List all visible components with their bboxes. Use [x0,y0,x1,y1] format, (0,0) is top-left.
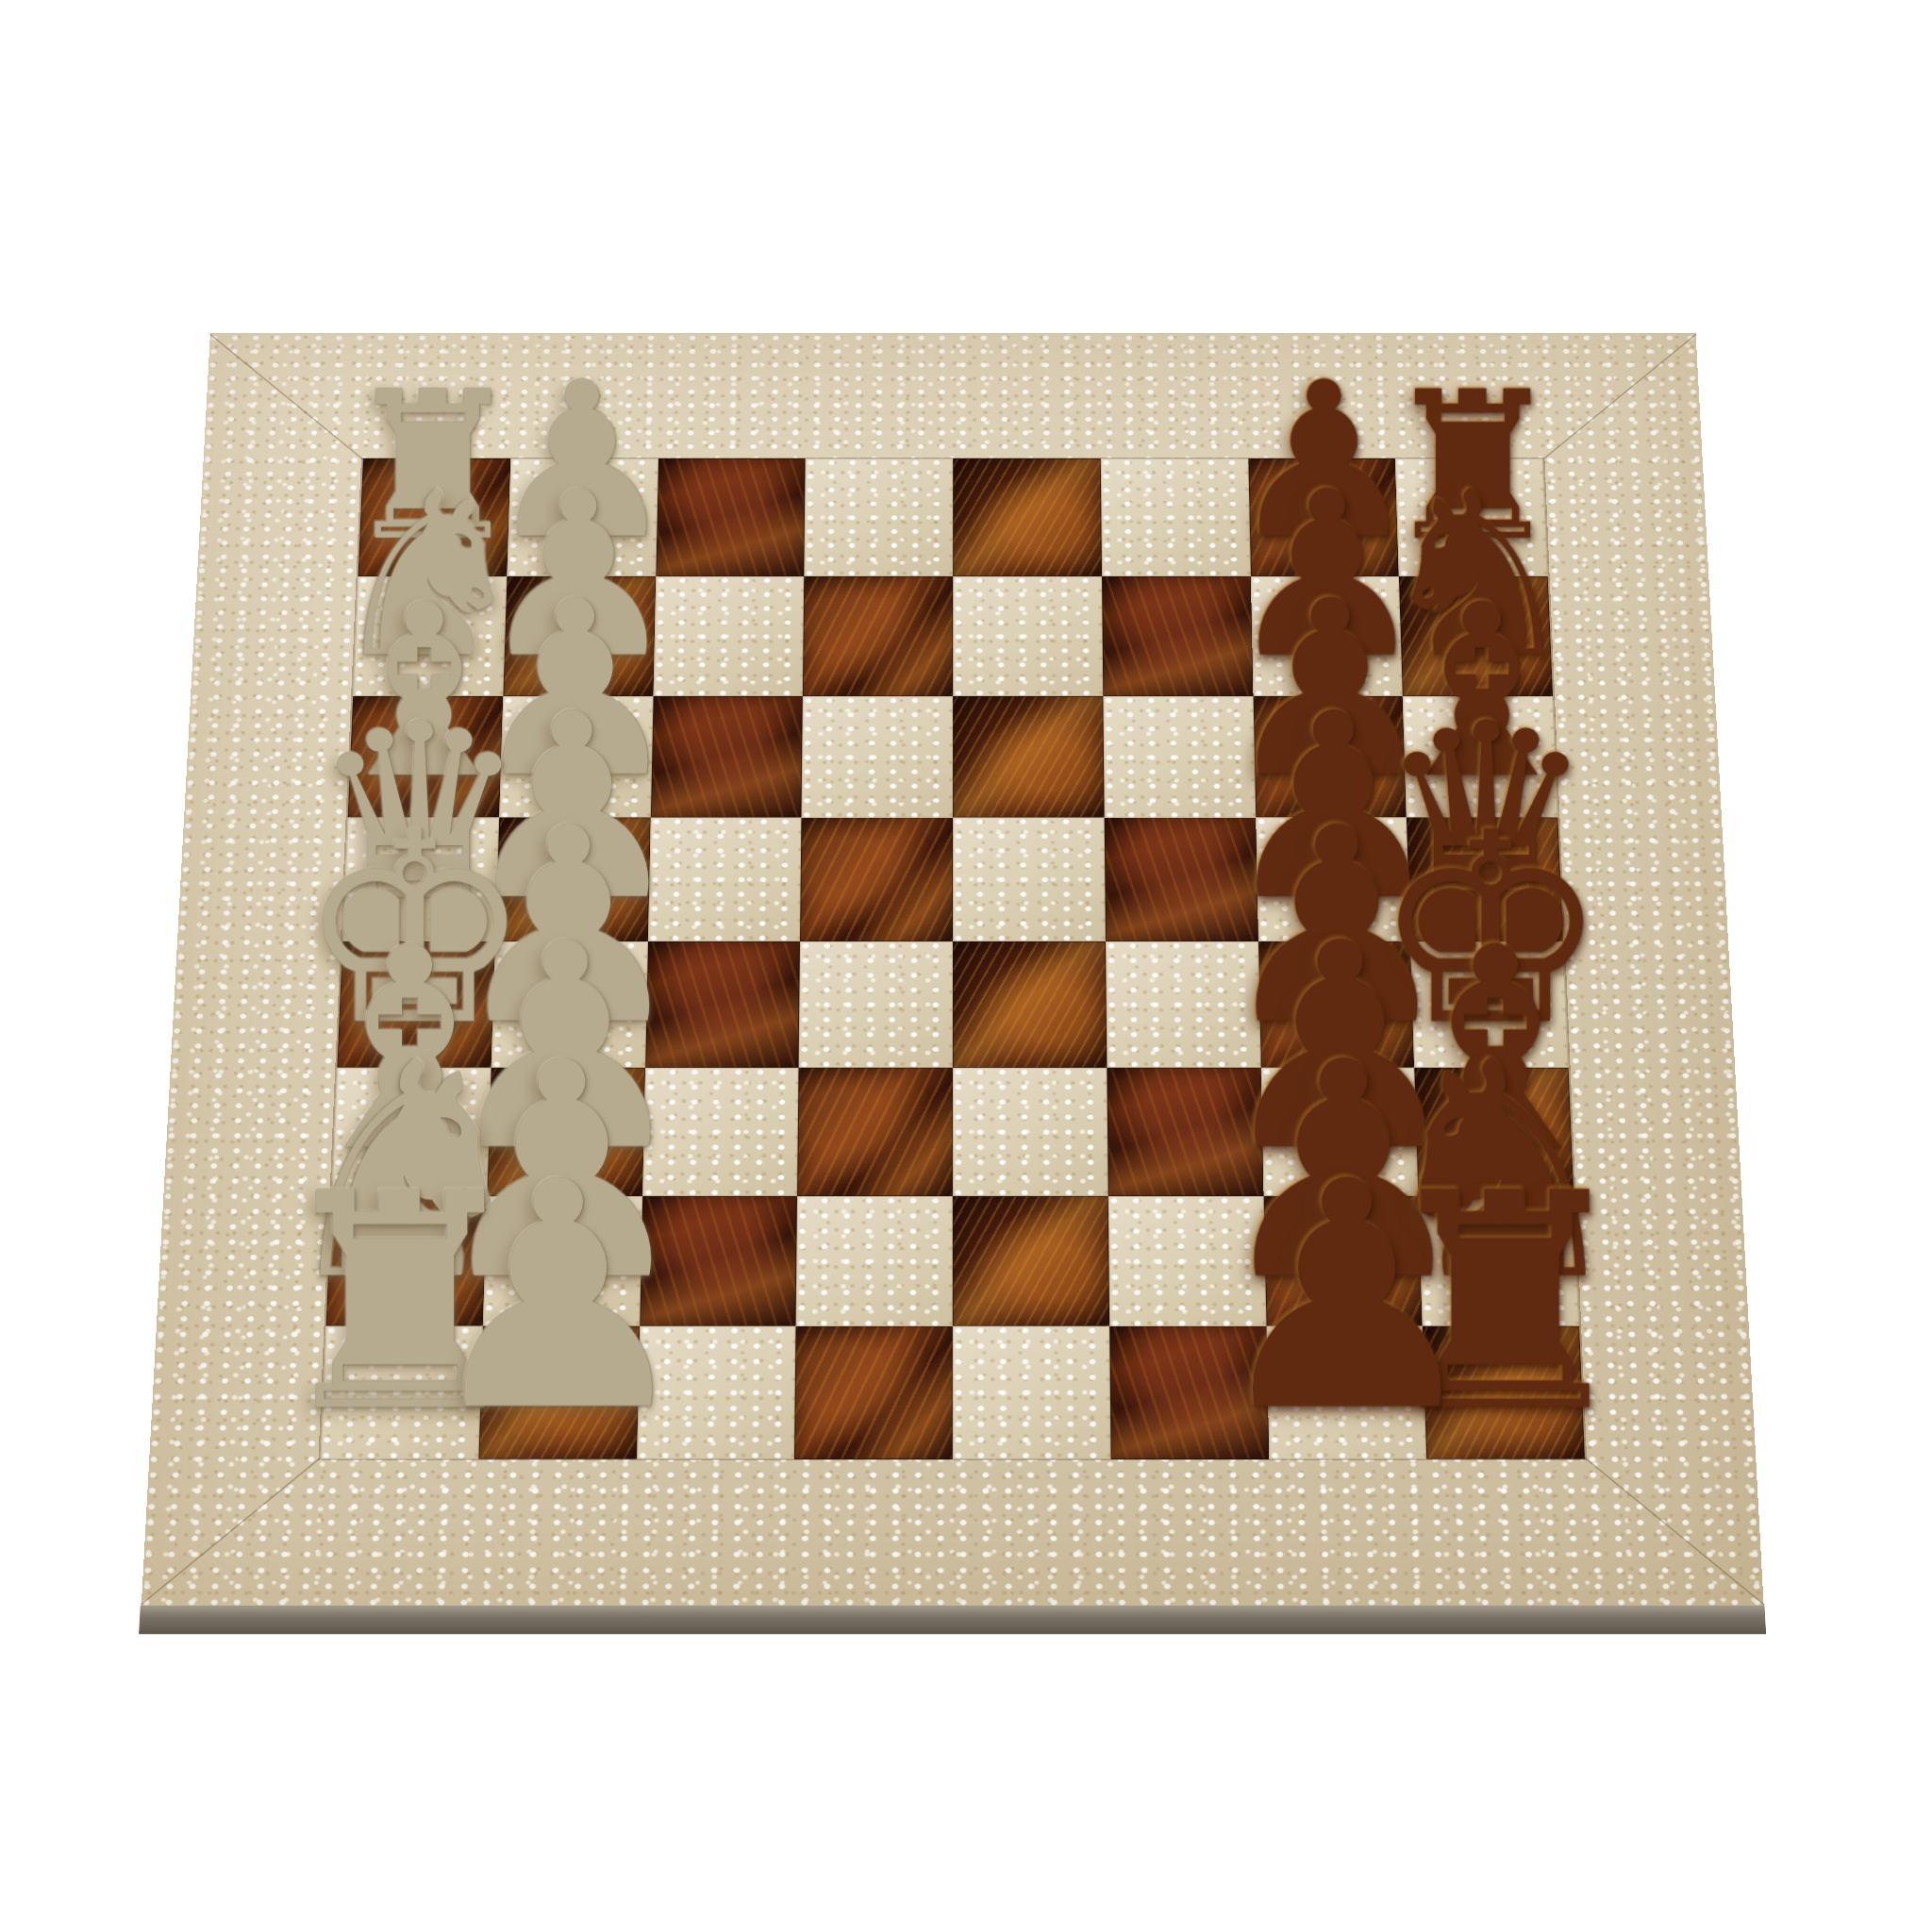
square-h7: ♟ [1266,1326,1426,1459]
border-mitre-seam [1542,333,1697,460]
square-h4 [794,1326,953,1459]
border-mitre-seam [140,1457,321,1606]
square-h2: ♟ [478,1326,640,1459]
square-b4 [803,576,953,696]
square-h5 [953,1326,1111,1459]
square-a4 [804,458,953,576]
square-d4 [800,818,953,941]
chess-board: ♜♟♟♜♞♟♟♞♝♟♟♝♛♟♟♛♚♟♟♚♝♟♟♝♞♟♟♞♜♟♟♜ [142,333,1764,1605]
square-g5 [953,1196,1109,1326]
square-f4 [797,1068,953,1196]
square-g4 [796,1196,953,1326]
checker-grid: ♜♟♟♜♞♟♟♞♝♟♟♝♛♟♟♛♚♟♟♚♝♟♟♝♞♟♟♞♜♟♟♜ [321,458,1585,1459]
piece-white-pawn-h2: ♟ [417,1154,698,1442]
board-scene: ♜♟♟♜♞♟♟♞♝♟♟♝♛♟♟♛♚♟♟♚♝♟♟♝♞♟♟♞♜♟♟♜ [0,0,1932,1932]
square-e4 [799,941,953,1068]
square-c4 [802,696,953,818]
square-c5 [953,696,1104,818]
square-e5 [953,941,1107,1068]
border-mitre-seam [1584,1457,1765,1606]
square-a5 [953,458,1102,576]
piece-black-pawn-h7: ♟ [1207,1154,1488,1442]
square-f5 [953,1068,1108,1196]
square-d5 [953,818,1106,941]
square-b5 [953,576,1103,696]
product-photo: Standard chess starting position on a cr… [0,0,1932,1932]
